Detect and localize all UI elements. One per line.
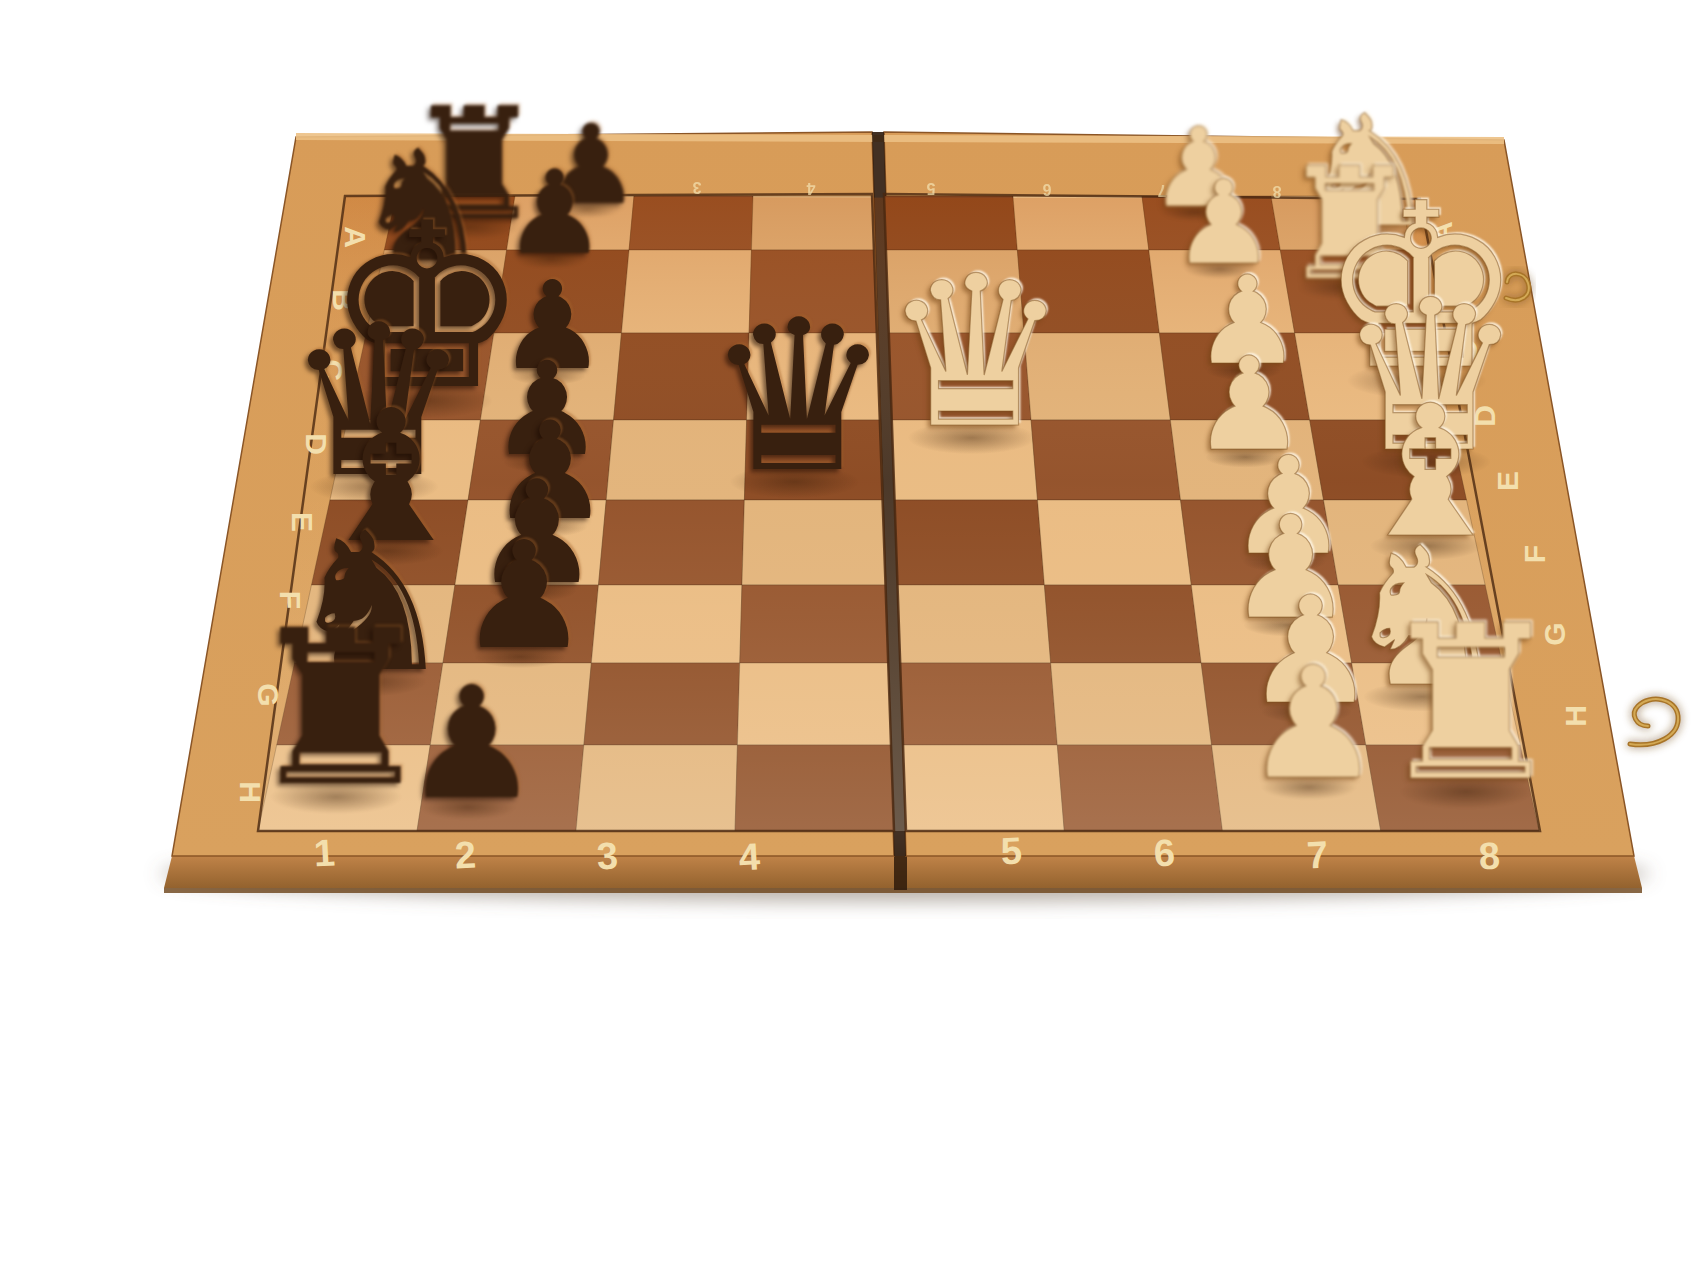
rank-label-bottom-4: 4 [738, 835, 761, 878]
front-seam-gap [894, 856, 907, 890]
square-h4[interactable] [735, 745, 894, 831]
square-f4[interactable] [740, 585, 888, 663]
rank-label-top-6: 6 [1042, 181, 1051, 198]
square-e5[interactable] [895, 500, 1045, 585]
rank-label-bottom-7: 7 [1306, 833, 1329, 876]
white-pawn-glyph: ♟ [1244, 646, 1383, 801]
black-queen-glyph: ♛ [705, 292, 892, 501]
square-h3[interactable] [576, 745, 737, 831]
square-h5[interactable] [903, 745, 1064, 831]
rank-label-bottom-6: 6 [1153, 831, 1176, 874]
square-g4[interactable] [737, 663, 891, 745]
square-h6[interactable] [1057, 745, 1222, 831]
square-f5[interactable] [897, 585, 1050, 663]
square-g6[interactable] [1051, 663, 1212, 745]
black-pawn-glyph: ♟ [402, 666, 541, 821]
rank-label-bottom-1: 1 [313, 831, 336, 874]
white-queen-glyph: ♛ [882, 248, 1069, 457]
rank-label-bottom-5: 5 [1000, 829, 1023, 872]
rank-label-bottom-3: 3 [596, 834, 619, 877]
black-pawn-glyph: ♟ [458, 522, 591, 670]
file-label-right-F: F [1518, 545, 1551, 563]
rank-label-bottom-2: 2 [454, 833, 477, 876]
white-rook-glyph: ♜ [1375, 597, 1567, 811]
rank-label-top-3: 3 [692, 179, 701, 196]
square-a3[interactable] [629, 196, 753, 250]
chess-set-photo: ABCDEFGHABCDEFGH1234567812345678 ♜♞♚♛♝♞♜… [0, 0, 1702, 1276]
square-g3[interactable] [584, 663, 740, 745]
square-e6[interactable] [1038, 500, 1192, 585]
square-a4[interactable] [751, 196, 873, 250]
square-f6[interactable] [1044, 585, 1201, 663]
rank-label-top-5: 5 [926, 180, 935, 197]
rank-label-top-4: 4 [806, 180, 815, 197]
square-f3[interactable] [591, 585, 742, 663]
square-g5[interactable] [900, 663, 1057, 745]
rank-label-bottom-8: 8 [1478, 834, 1501, 877]
